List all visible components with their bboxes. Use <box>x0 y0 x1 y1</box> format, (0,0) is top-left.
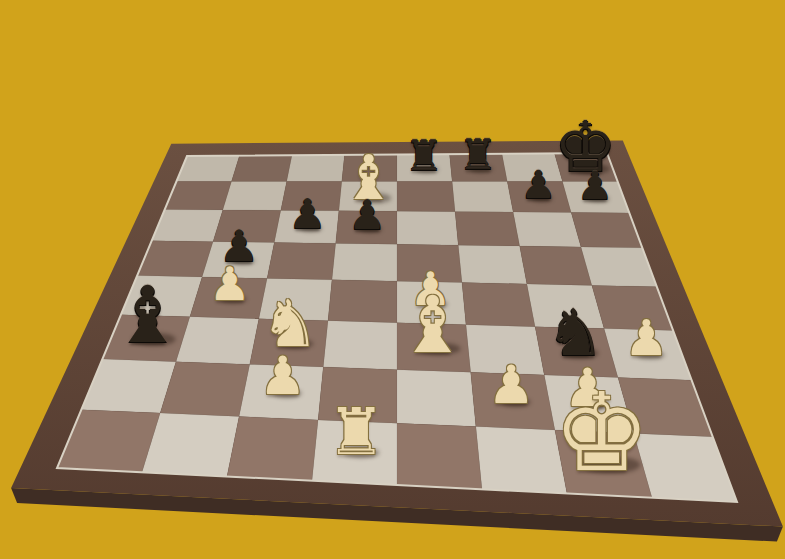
square-b3[interactable] <box>176 317 259 365</box>
piece-black-rook-f8[interactable]: ♜ <box>459 135 497 177</box>
square-d5[interactable] <box>332 243 397 281</box>
piece-black-pawn-h7[interactable]: ♟ <box>578 166 613 205</box>
square-b7[interactable] <box>223 182 287 211</box>
piece-white-bishop-e3[interactable]: ♝ <box>398 286 468 364</box>
chess-app-screen: ♜♜♚♝♟♟♟♟♟♟♟♝♞♝♞♟♟♟♟♜♚ <box>0 0 785 559</box>
square-f4[interactable] <box>462 283 535 327</box>
piece-white-king-g1[interactable]: ♚ <box>553 378 650 486</box>
piece-black-knight-g3[interactable]: ♞ <box>546 301 604 366</box>
piece-black-pawn-d6[interactable]: ♟ <box>349 195 386 236</box>
square-c1[interactable] <box>227 417 318 481</box>
piece-white-rook-d1[interactable]: ♜ <box>327 401 385 466</box>
square-f5[interactable] <box>458 245 527 284</box>
square-f6[interactable] <box>455 212 520 246</box>
piece-white-pawn-b4[interactable]: ♟ <box>209 261 250 307</box>
square-b2[interactable] <box>160 362 250 417</box>
square-e7[interactable] <box>397 182 455 212</box>
square-c8[interactable] <box>287 155 345 182</box>
square-e6[interactable] <box>397 211 458 245</box>
square-g5[interactable] <box>520 246 592 285</box>
square-c5[interactable] <box>267 243 336 280</box>
square-d3[interactable] <box>323 321 397 370</box>
piece-black-rook-e8[interactable]: ♜ <box>405 135 443 177</box>
square-b8[interactable] <box>232 155 293 181</box>
piece-black-pawn-c6[interactable]: ♟ <box>289 194 326 235</box>
square-e2[interactable] <box>397 370 476 427</box>
square-d4[interactable] <box>328 280 397 323</box>
piece-white-pawn-f2[interactable]: ♟ <box>488 359 535 412</box>
piece-black-pawn-g7[interactable]: ♟ <box>521 166 556 205</box>
piece-white-pawn-h3[interactable]: ♟ <box>624 315 668 364</box>
piece-white-pawn-c2[interactable]: ♟ <box>259 350 306 403</box>
square-e1[interactable] <box>397 423 482 489</box>
square-f7[interactable] <box>452 182 513 213</box>
piece-black-bishop-a3[interactable]: ♝ <box>112 276 182 354</box>
square-g6[interactable] <box>513 212 581 247</box>
